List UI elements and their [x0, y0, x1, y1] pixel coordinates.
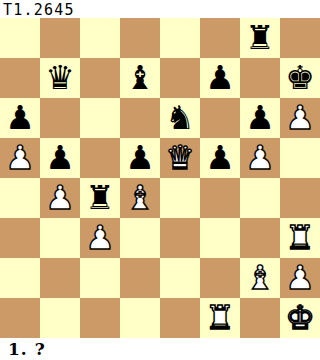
black-pawn-f5[interactable]: ♟	[205, 138, 235, 178]
square-d3[interactable]	[120, 218, 160, 258]
black-rook-c4[interactable]: ♜	[85, 178, 115, 218]
square-h1[interactable]: ♚	[280, 298, 320, 338]
white-pawn-c3[interactable]: ♟	[85, 218, 115, 258]
white-pawn-b4[interactable]: ♟	[45, 178, 75, 218]
square-c1[interactable]	[80, 298, 120, 338]
square-h4[interactable]	[280, 178, 320, 218]
white-queen-e5[interactable]: ♛	[165, 138, 195, 178]
square-d5[interactable]: ♟	[120, 138, 160, 178]
square-d2[interactable]	[120, 258, 160, 298]
square-f8[interactable]	[200, 18, 240, 58]
white-pawn-h2[interactable]: ♟	[285, 258, 315, 298]
square-b7[interactable]: ♛	[40, 58, 80, 98]
square-d6[interactable]	[120, 98, 160, 138]
white-pawn-a5[interactable]: ♟	[5, 138, 35, 178]
black-pawn-a6[interactable]: ♟	[5, 98, 35, 138]
square-d4[interactable]: ♝	[120, 178, 160, 218]
chess-board: ♜♛♝♟♚♟♞♟♟♟♟♟♛♟♟♟♜♝♟♜♝♟♜♚	[0, 18, 320, 338]
square-c7[interactable]	[80, 58, 120, 98]
square-e4[interactable]	[160, 178, 200, 218]
square-e7[interactable]	[160, 58, 200, 98]
square-b8[interactable]	[40, 18, 80, 58]
move-prompt: 1. ?	[8, 338, 46, 360]
square-e5[interactable]: ♛	[160, 138, 200, 178]
square-h5[interactable]	[280, 138, 320, 178]
black-queen-b7[interactable]: ♛	[45, 58, 75, 98]
square-a1[interactable]	[0, 298, 40, 338]
square-h8[interactable]	[280, 18, 320, 58]
square-c3[interactable]: ♟	[80, 218, 120, 258]
square-c4[interactable]: ♜	[80, 178, 120, 218]
square-e8[interactable]	[160, 18, 200, 58]
square-d7[interactable]: ♝	[120, 58, 160, 98]
square-f6[interactable]	[200, 98, 240, 138]
square-b2[interactable]	[40, 258, 80, 298]
square-c5[interactable]	[80, 138, 120, 178]
square-g3[interactable]	[240, 218, 280, 258]
square-b1[interactable]	[40, 298, 80, 338]
black-knight-e6[interactable]: ♞	[165, 98, 195, 138]
black-pawn-d5[interactable]: ♟	[125, 138, 155, 178]
square-a3[interactable]	[0, 218, 40, 258]
square-h3[interactable]: ♜	[280, 218, 320, 258]
square-e1[interactable]	[160, 298, 200, 338]
square-g4[interactable]	[240, 178, 280, 218]
square-b6[interactable]	[40, 98, 80, 138]
square-a4[interactable]	[0, 178, 40, 218]
black-pawn-b5[interactable]: ♟	[45, 138, 75, 178]
square-b5[interactable]: ♟	[40, 138, 80, 178]
square-e6[interactable]: ♞	[160, 98, 200, 138]
black-pawn-f7[interactable]: ♟	[205, 58, 235, 98]
square-f7[interactable]: ♟	[200, 58, 240, 98]
square-f4[interactable]	[200, 178, 240, 218]
square-c2[interactable]	[80, 258, 120, 298]
square-f1[interactable]: ♜	[200, 298, 240, 338]
square-a6[interactable]: ♟	[0, 98, 40, 138]
square-e2[interactable]	[160, 258, 200, 298]
square-f2[interactable]	[200, 258, 240, 298]
square-c8[interactable]	[80, 18, 120, 58]
square-h6[interactable]: ♟	[280, 98, 320, 138]
square-g2[interactable]: ♝	[240, 258, 280, 298]
square-f3[interactable]	[200, 218, 240, 258]
square-c6[interactable]	[80, 98, 120, 138]
square-h2[interactable]: ♟	[280, 258, 320, 298]
white-rook-h3[interactable]: ♜	[285, 218, 315, 258]
white-pawn-h6[interactable]: ♟	[285, 98, 315, 138]
white-pawn-g5[interactable]: ♟	[245, 138, 275, 178]
black-king-h7[interactable]: ♚	[285, 58, 315, 98]
square-a7[interactable]	[0, 58, 40, 98]
square-g6[interactable]: ♟	[240, 98, 280, 138]
square-a2[interactable]	[0, 258, 40, 298]
square-a8[interactable]	[0, 18, 40, 58]
chess-puzzle-screen: { "game": "chess", "position": "6r1/1q1b…	[0, 0, 320, 360]
white-rook-f1[interactable]: ♜	[205, 298, 235, 338]
square-g7[interactable]	[240, 58, 280, 98]
square-d8[interactable]	[120, 18, 160, 58]
square-a5[interactable]: ♟	[0, 138, 40, 178]
puzzle-id-title: T1.2645	[3, 1, 75, 17]
black-pawn-g6[interactable]: ♟	[245, 98, 275, 138]
white-bishop-d4[interactable]: ♝	[125, 178, 155, 218]
square-b4[interactable]: ♟	[40, 178, 80, 218]
square-d1[interactable]	[120, 298, 160, 338]
square-g5[interactable]: ♟	[240, 138, 280, 178]
square-b3[interactable]	[40, 218, 80, 258]
square-f5[interactable]: ♟	[200, 138, 240, 178]
black-bishop-d7[interactable]: ♝	[125, 58, 155, 98]
square-h7[interactable]: ♚	[280, 58, 320, 98]
square-g1[interactable]	[240, 298, 280, 338]
square-g8[interactable]: ♜	[240, 18, 280, 58]
white-bishop-g2[interactable]: ♝	[245, 258, 275, 298]
black-rook-g8[interactable]: ♜	[245, 18, 275, 58]
white-king-h1[interactable]: ♚	[285, 298, 315, 338]
square-e3[interactable]	[160, 218, 200, 258]
